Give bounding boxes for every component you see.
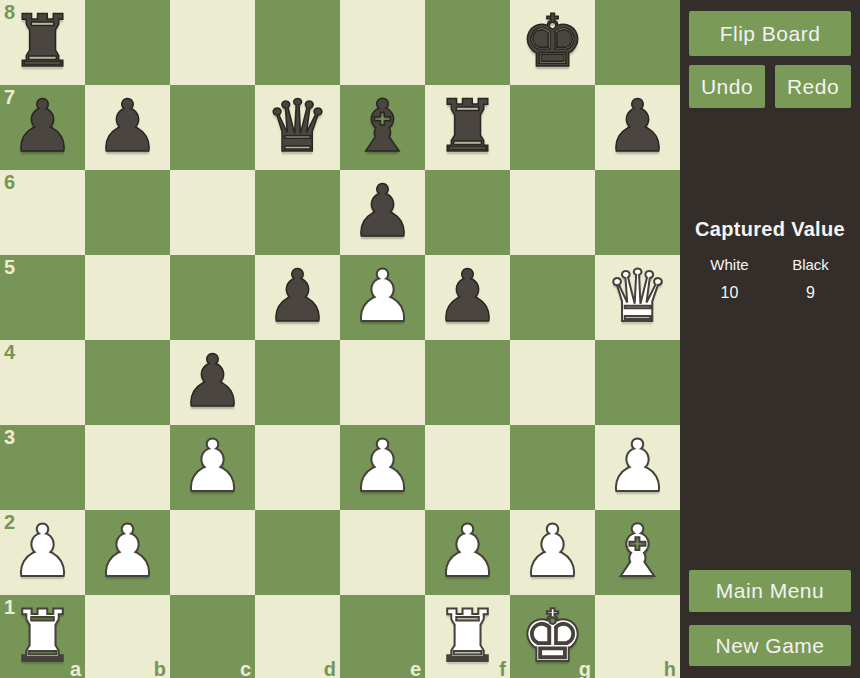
square-f3[interactable] [425,425,510,510]
square-b4[interactable] [85,340,170,425]
rank-label-4: 4 [4,340,15,364]
piece-black-pawn[interactable]: ♟ [0,83,85,168]
square-e6[interactable]: ♟ [340,170,425,255]
square-f2[interactable]: ♟ [425,510,510,595]
square-h5[interactable]: ♛ [595,255,680,340]
piece-black-pawn[interactable]: ♟ [425,253,510,338]
piece-white-queen[interactable]: ♛ [595,253,680,338]
rank-label-5: 5 [4,255,15,279]
piece-white-bishop[interactable]: ♝ [595,508,680,593]
undo-redo-row: Undo Redo [689,65,851,108]
piece-black-pawn[interactable]: ♟ [595,83,680,168]
piece-white-rook[interactable]: ♜ [425,593,510,678]
square-c7[interactable] [170,85,255,170]
captured-value-title: Captured Value [689,218,851,241]
square-f1[interactable]: f♜ [425,595,510,678]
piece-white-rook[interactable]: ♜ [0,593,85,678]
square-c6[interactable] [170,170,255,255]
square-a1[interactable]: 1a♜ [0,595,85,678]
file-label-c: c [240,658,251,678]
file-label-e: e [410,658,421,678]
piece-white-pawn[interactable]: ♟ [0,508,85,593]
piece-black-pawn[interactable]: ♟ [255,253,340,338]
piece-black-rook[interactable]: ♜ [425,83,510,168]
square-d6[interactable] [255,170,340,255]
square-d1[interactable]: d [255,595,340,678]
square-f7[interactable]: ♜ [425,85,510,170]
square-g5[interactable] [510,255,595,340]
new-game-button[interactable]: New Game [689,625,851,666]
square-e7[interactable]: ♝ [340,85,425,170]
square-a6[interactable]: 6 [0,170,85,255]
chess-board: 8♜♚7♟♟♛♝♜♟6♟5♟♟♟♛4♟3♟♟♟2♟♟♟♟♝1a♜bcdef♜g♚… [0,0,680,678]
square-c3[interactable]: ♟ [170,425,255,510]
square-a4[interactable]: 4 [0,340,85,425]
square-b7[interactable]: ♟ [85,85,170,170]
piece-black-king[interactable]: ♚ [510,0,595,83]
captured-white-label: White [689,256,770,273]
file-label-h: h [664,658,676,678]
square-e2[interactable] [340,510,425,595]
square-g2[interactable]: ♟ [510,510,595,595]
piece-black-bishop[interactable]: ♝ [340,83,425,168]
piece-black-pawn[interactable]: ♟ [170,338,255,423]
square-e5[interactable]: ♟ [340,255,425,340]
square-f4[interactable] [425,340,510,425]
square-b3[interactable] [85,425,170,510]
sidebar: Flip Board Undo Redo Captured Value Whit… [680,0,860,678]
redo-button[interactable]: Redo [775,65,851,108]
piece-white-pawn[interactable]: ♟ [425,508,510,593]
square-h3[interactable]: ♟ [595,425,680,510]
piece-black-rook[interactable]: ♜ [0,0,85,83]
captured-black-column: Black 9 [770,256,851,302]
square-d8[interactable] [255,0,340,85]
piece-white-pawn[interactable]: ♟ [340,423,425,508]
file-label-b: b [154,658,166,678]
square-g3[interactable] [510,425,595,510]
square-d7[interactable]: ♛ [255,85,340,170]
square-a5[interactable]: 5 [0,255,85,340]
undo-button[interactable]: Undo [689,65,765,108]
captured-value-panel: Captured Value White 10 Black 9 [689,218,851,302]
square-a8[interactable]: 8♜ [0,0,85,85]
captured-black-label: Black [770,256,851,273]
square-e8[interactable] [340,0,425,85]
piece-white-king[interactable]: ♚ [510,593,595,678]
square-c2[interactable] [170,510,255,595]
square-e4[interactable] [340,340,425,425]
piece-white-pawn[interactable]: ♟ [170,423,255,508]
square-c4[interactable]: ♟ [170,340,255,425]
piece-black-queen[interactable]: ♛ [255,83,340,168]
square-b5[interactable] [85,255,170,340]
square-f6[interactable] [425,170,510,255]
square-a3[interactable]: 3 [0,425,85,510]
square-d2[interactable] [255,510,340,595]
sidebar-spacer [689,302,851,570]
square-b2[interactable]: ♟ [85,510,170,595]
square-c8[interactable] [170,0,255,85]
square-f5[interactable]: ♟ [425,255,510,340]
file-label-d: d [324,658,336,678]
captured-white-value: 10 [689,284,770,302]
flip-board-button[interactable]: Flip Board [689,11,851,56]
square-d3[interactable] [255,425,340,510]
piece-black-pawn[interactable]: ♟ [340,168,425,253]
square-b1[interactable]: b [85,595,170,678]
square-g1[interactable]: g♚ [510,595,595,678]
square-g6[interactable] [510,170,595,255]
square-a7[interactable]: 7♟ [0,85,85,170]
square-h4[interactable] [595,340,680,425]
piece-white-pawn[interactable]: ♟ [85,508,170,593]
square-c5[interactable] [170,255,255,340]
square-g7[interactable] [510,85,595,170]
square-h8[interactable] [595,0,680,85]
piece-white-pawn[interactable]: ♟ [595,423,680,508]
square-g8[interactable]: ♚ [510,0,595,85]
square-h6[interactable] [595,170,680,255]
square-e3[interactable]: ♟ [340,425,425,510]
square-c1[interactable]: c [170,595,255,678]
captured-white-column: White 10 [689,256,770,302]
captured-black-value: 9 [770,284,851,302]
piece-white-pawn[interactable]: ♟ [510,508,595,593]
square-h2[interactable]: ♝ [595,510,680,595]
square-e1[interactable]: e [340,595,425,678]
square-b8[interactable] [85,0,170,85]
piece-black-pawn[interactable]: ♟ [85,83,170,168]
square-h7[interactable]: ♟ [595,85,680,170]
main-menu-button[interactable]: Main Menu [689,570,851,612]
square-d5[interactable]: ♟ [255,255,340,340]
square-h1[interactable]: h [595,595,680,678]
square-f8[interactable] [425,0,510,85]
rank-label-3: 3 [4,425,15,449]
square-a2[interactable]: 2♟ [0,510,85,595]
square-b6[interactable] [85,170,170,255]
square-g4[interactable] [510,340,595,425]
rank-label-6: 6 [4,170,15,194]
square-d4[interactable] [255,340,340,425]
piece-white-pawn[interactable]: ♟ [340,253,425,338]
